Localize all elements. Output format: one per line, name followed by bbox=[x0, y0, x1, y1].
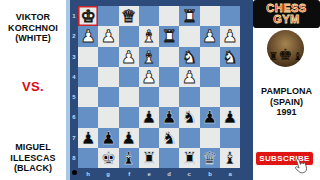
square-g2: ♟ bbox=[98, 26, 118, 46]
square-g1 bbox=[98, 6, 118, 26]
square-b1 bbox=[200, 6, 220, 26]
square-h2: ♟ bbox=[78, 26, 98, 46]
file-labels: hgfedcba bbox=[78, 168, 240, 180]
square-e2: ♝ bbox=[139, 26, 159, 46]
white-queen-f1: ♛ bbox=[121, 6, 136, 26]
logo-bishop-silhouette-icon: ♝ bbox=[293, 51, 303, 62]
square-e3: ♝ bbox=[139, 47, 159, 67]
square-a3: ♞ bbox=[220, 47, 240, 67]
rank-labels: 12345678 bbox=[70, 6, 78, 168]
brand-title: CHESS GYM bbox=[266, 3, 306, 25]
square-h8 bbox=[78, 148, 98, 168]
square-d8 bbox=[159, 148, 179, 168]
rank-label-4: 4 bbox=[71, 68, 78, 85]
square-c8: ♜ bbox=[179, 148, 199, 168]
file-label-h: h bbox=[80, 169, 97, 179]
square-e1 bbox=[139, 6, 159, 26]
chess-pieces-logo-icon: ♜♚♝ bbox=[267, 30, 304, 67]
vs-label: VS. bbox=[0, 79, 66, 94]
white-bishop-e2: ♝ bbox=[141, 26, 156, 46]
square-b3 bbox=[200, 47, 220, 67]
file-label-b: b bbox=[201, 169, 218, 179]
square-c3: ♞ bbox=[179, 47, 199, 67]
black-pawn-f7: ♟ bbox=[121, 128, 136, 148]
square-h1: ♚ bbox=[78, 6, 98, 26]
rank-label-2: 2 bbox=[71, 28, 78, 45]
black-player-name: MIGUEL ILLESCAS (BLACK) bbox=[0, 142, 66, 174]
black-to-move-indicator bbox=[72, 170, 77, 175]
square-h4 bbox=[78, 67, 98, 87]
white-pawn-c4: ♟ bbox=[182, 67, 197, 87]
left-panel: VIKTOR KORCHNOI (WHITE) VS. MIGUEL ILLES… bbox=[0, 0, 66, 180]
square-c5 bbox=[179, 87, 199, 107]
square-f3: ♟ bbox=[119, 47, 139, 67]
square-g4 bbox=[98, 67, 118, 87]
square-e7 bbox=[139, 128, 159, 148]
rank-label-6: 6 bbox=[71, 109, 78, 126]
black-bishop-a8: ♝ bbox=[222, 148, 237, 168]
square-c2 bbox=[179, 26, 199, 46]
white-rook-c1: ♜ bbox=[182, 6, 197, 26]
square-a1 bbox=[220, 6, 240, 26]
black-pawn-d6: ♟ bbox=[162, 107, 177, 127]
square-a5 bbox=[220, 87, 240, 107]
square-d6: ♟ bbox=[159, 107, 179, 127]
rank-label-8: 8 bbox=[71, 149, 78, 166]
square-f2 bbox=[119, 26, 139, 46]
square-b2: ♟ bbox=[200, 26, 220, 46]
square-b7 bbox=[200, 128, 220, 148]
square-c1: ♜ bbox=[179, 6, 199, 26]
black-pawn-g7: ♟ bbox=[101, 128, 116, 148]
square-a2: ♟ bbox=[220, 26, 240, 46]
square-b6: ♟ bbox=[200, 107, 220, 127]
black-knight-c6: ♞ bbox=[182, 107, 197, 127]
rank-label-3: 3 bbox=[71, 48, 78, 65]
square-a8: ♝ bbox=[220, 148, 240, 168]
square-g7: ♟ bbox=[98, 128, 118, 148]
rank-label-1: 1 bbox=[71, 8, 78, 25]
chess-board: 12345678 ♚♛♜♟♟♝♜♟♟♟♝♞♞♟♟♟♟♞♟♟♟♟♟♞♚♝♜♜♛♝ … bbox=[70, 0, 253, 180]
black-rook-c8: ♜ bbox=[182, 148, 197, 168]
file-label-d: d bbox=[161, 169, 178, 179]
square-d5 bbox=[159, 87, 179, 107]
white-pawn-e4: ♟ bbox=[141, 67, 156, 87]
white-pawn-b2: ♟ bbox=[202, 26, 217, 46]
white-player-name: VIKTOR KORCHNOI (WHITE) bbox=[0, 12, 66, 44]
square-e4: ♟ bbox=[139, 67, 159, 87]
square-e6: ♟ bbox=[139, 107, 159, 127]
square-d2: ♜ bbox=[159, 26, 179, 46]
square-c7 bbox=[179, 128, 199, 148]
square-d3 bbox=[159, 47, 179, 67]
logo-rook-silhouette-icon: ♜ bbox=[268, 51, 278, 62]
square-a7 bbox=[220, 128, 240, 148]
square-f4 bbox=[119, 67, 139, 87]
right-panel: CHESS GYM ♜♚♝ PAMPLONA (SPAIN) 1991 SUBS… bbox=[253, 0, 320, 180]
black-pawn-h7: ♟ bbox=[81, 128, 96, 148]
white-knight-a3: ♞ bbox=[222, 47, 237, 67]
white-king-h1: ♚ bbox=[81, 6, 96, 26]
square-h5 bbox=[78, 87, 98, 107]
white-bishop-e3: ♝ bbox=[141, 47, 156, 67]
square-f6 bbox=[119, 107, 139, 127]
square-f8: ♝ bbox=[119, 148, 139, 168]
square-b4 bbox=[200, 67, 220, 87]
file-label-c: c bbox=[181, 169, 198, 179]
square-c6: ♞ bbox=[179, 107, 199, 127]
black-queen-b8: ♛ bbox=[202, 148, 217, 168]
square-b5 bbox=[200, 87, 220, 107]
file-label-a: a bbox=[221, 169, 238, 179]
square-e8: ♜ bbox=[139, 148, 159, 168]
logo-king-silhouette-icon: ♚ bbox=[278, 47, 292, 63]
square-a6: ♟ bbox=[220, 107, 240, 127]
white-knight-c3: ♞ bbox=[182, 47, 197, 67]
file-label-e: e bbox=[140, 169, 157, 179]
rank-label-7: 7 bbox=[71, 129, 78, 146]
file-label-f: f bbox=[120, 169, 137, 179]
file-label-g: g bbox=[100, 169, 117, 179]
square-h6 bbox=[78, 107, 98, 127]
square-f7: ♟ bbox=[119, 128, 139, 148]
square-c4: ♟ bbox=[179, 67, 199, 87]
black-king-g8: ♚ bbox=[101, 148, 116, 168]
square-g3 bbox=[98, 47, 118, 67]
black-pawn-a6: ♟ bbox=[222, 107, 237, 127]
square-e5 bbox=[139, 87, 159, 107]
square-g8: ♚ bbox=[98, 148, 118, 168]
board-squares: ♚♛♜♟♟♝♜♟♟♟♝♞♞♟♟♟♟♞♟♟♟♟♟♞♚♝♜♜♛♝ bbox=[78, 6, 240, 168]
black-pawn-b6: ♟ bbox=[202, 107, 217, 127]
white-pawn-g2: ♟ bbox=[101, 26, 116, 46]
square-g6 bbox=[98, 107, 118, 127]
square-d4 bbox=[159, 67, 179, 87]
square-f5 bbox=[119, 87, 139, 107]
black-rook-e8: ♜ bbox=[141, 148, 156, 168]
square-g5 bbox=[98, 87, 118, 107]
black-bishop-f8: ♝ bbox=[121, 148, 136, 168]
black-knight-d7: ♞ bbox=[162, 128, 177, 148]
black-pawn-e6: ♟ bbox=[141, 107, 156, 127]
square-f1: ♛ bbox=[119, 6, 139, 26]
white-pawn-h2: ♟ bbox=[81, 26, 96, 46]
rank-label-5: 5 bbox=[71, 89, 78, 106]
square-h7: ♟ bbox=[78, 128, 98, 148]
square-h3 bbox=[78, 47, 98, 67]
brand-box: CHESS GYM bbox=[253, 0, 320, 28]
square-b8: ♛ bbox=[200, 148, 220, 168]
white-rook-d2: ♜ bbox=[162, 26, 177, 46]
square-d7: ♞ bbox=[159, 128, 179, 148]
event-title: PAMPLONA (SPAIN) 1991 bbox=[253, 86, 320, 118]
white-pawn-a2: ♟ bbox=[222, 26, 237, 46]
square-a4 bbox=[220, 67, 240, 87]
square-d1 bbox=[159, 6, 179, 26]
white-pawn-f3: ♟ bbox=[121, 47, 136, 67]
